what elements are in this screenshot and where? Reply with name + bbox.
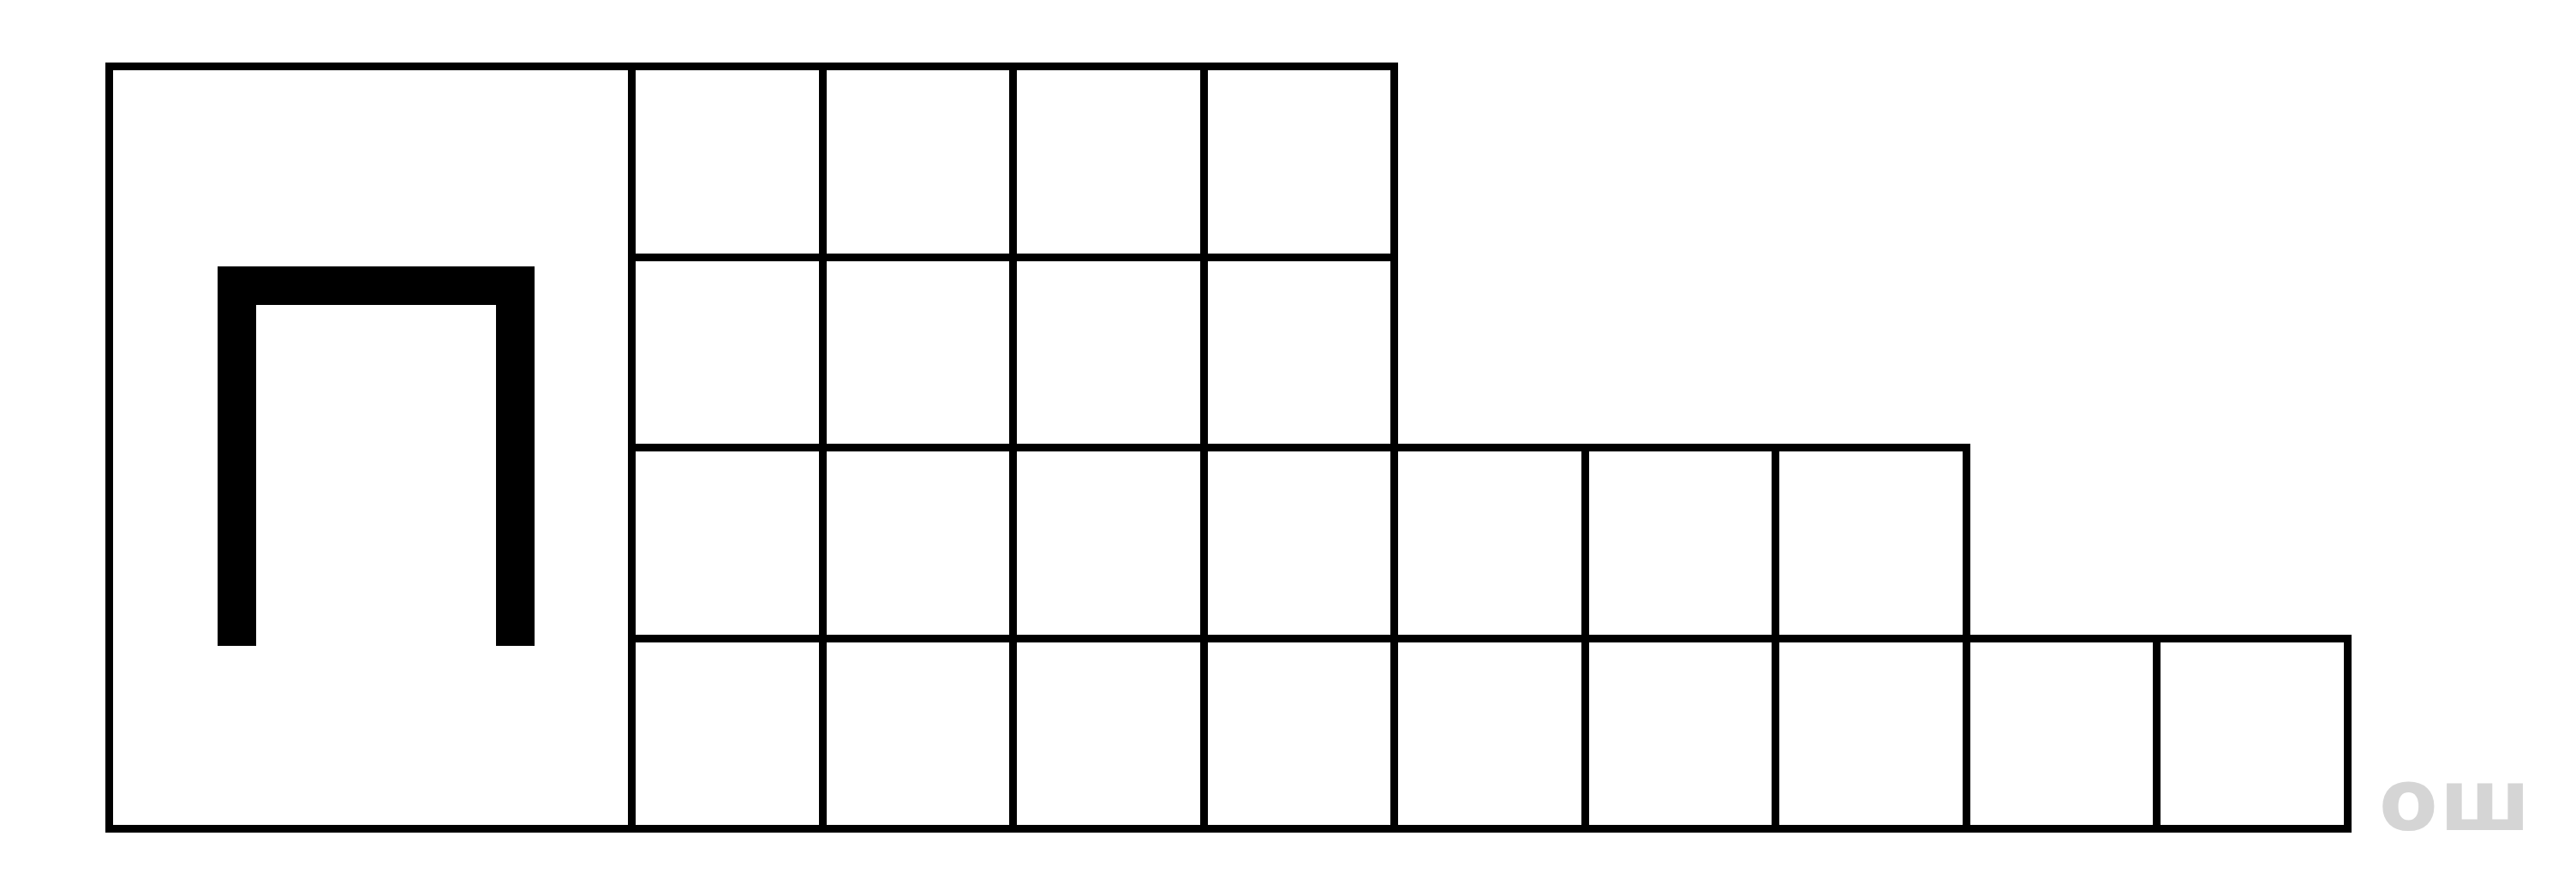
grid-cell[interactable]: [819, 254, 1018, 452]
grid-cell[interactable]: [1772, 444, 1970, 642]
grid-cell[interactable]: [1963, 635, 2161, 833]
watermark-text: ош: [2379, 758, 2532, 844]
grid-cell[interactable]: [1009, 444, 1208, 642]
crossword-grid: [105, 63, 2352, 833]
grid-cell[interactable]: [1009, 635, 1208, 833]
grid-cell[interactable]: [1200, 635, 1399, 833]
grid-cell[interactable]: [1390, 635, 1589, 833]
grid-cell[interactable]: [1390, 444, 1589, 642]
grid-cell[interactable]: [1009, 254, 1208, 452]
grid-cell[interactable]: [819, 63, 1018, 261]
puzzle-canvas: ош: [0, 0, 2576, 896]
grid-cell[interactable]: [628, 63, 827, 261]
grid-cell[interactable]: [628, 635, 827, 833]
grid-cell[interactable]: [1200, 254, 1399, 452]
grid-cell[interactable]: [1581, 635, 1780, 833]
grid-cell[interactable]: [1009, 63, 1208, 261]
puzzle-drawing: [105, 63, 2352, 833]
grid-cell[interactable]: [819, 635, 1018, 833]
grid-cell[interactable]: [1581, 444, 1780, 642]
grid-cell[interactable]: [819, 444, 1018, 642]
grid-cell[interactable]: [2153, 635, 2352, 833]
grid-cell[interactable]: [628, 444, 827, 642]
grid-cell[interactable]: [628, 254, 827, 452]
grid-cell[interactable]: [1200, 444, 1399, 642]
grid-cell[interactable]: [1772, 635, 1970, 833]
grid-cell[interactable]: [1200, 63, 1399, 261]
